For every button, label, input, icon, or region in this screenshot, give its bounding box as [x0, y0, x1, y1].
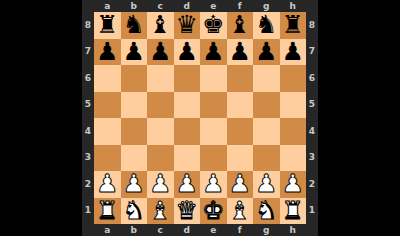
square-f3[interactable]: [227, 145, 254, 172]
square-h8[interactable]: ♜: [280, 12, 307, 39]
square-e7[interactable]: ♟: [200, 39, 227, 66]
file-label-bottom-g: g: [253, 224, 280, 236]
file-label-bottom-e: e: [200, 224, 227, 236]
file-label-bottom-h: h: [280, 224, 307, 236]
piece-white-king[interactable]: ♚: [202, 198, 224, 225]
piece-black-pawn[interactable]: ♟: [176, 39, 198, 66]
square-h7[interactable]: ♟: [280, 39, 307, 66]
square-d2[interactable]: ♟: [174, 171, 201, 198]
piece-white-pawn[interactable]: ♟: [96, 171, 118, 198]
square-a4[interactable]: [94, 118, 121, 145]
rank-label-left-5: 5: [82, 92, 94, 119]
square-g2[interactable]: ♟: [253, 171, 280, 198]
piece-white-rook[interactable]: ♜: [96, 198, 118, 225]
square-e8[interactable]: ♚: [200, 12, 227, 39]
square-b6[interactable]: [121, 65, 148, 92]
square-e2[interactable]: ♟: [200, 171, 227, 198]
rank-label-right-3: 3: [306, 145, 318, 172]
piece-black-knight[interactable]: ♞: [123, 12, 145, 39]
square-c2[interactable]: ♟: [147, 171, 174, 198]
piece-white-knight[interactable]: ♞: [123, 198, 145, 225]
piece-white-pawn[interactable]: ♟: [176, 171, 198, 198]
rank-label-left-1: 1: [82, 198, 94, 225]
square-g5[interactable]: [253, 92, 280, 119]
piece-white-pawn[interactable]: ♟: [229, 171, 251, 198]
square-h3[interactable]: [280, 145, 307, 172]
square-g4[interactable]: [253, 118, 280, 145]
square-g8[interactable]: ♞: [253, 12, 280, 39]
square-f2[interactable]: ♟: [227, 171, 254, 198]
square-d5[interactable]: [174, 92, 201, 119]
square-c6[interactable]: [147, 65, 174, 92]
square-a2[interactable]: ♟: [94, 171, 121, 198]
piece-black-pawn[interactable]: ♟: [96, 39, 118, 66]
square-c1[interactable]: ♝: [147, 198, 174, 225]
piece-white-pawn[interactable]: ♟: [202, 171, 224, 198]
square-e1[interactable]: ♚: [200, 198, 227, 225]
square-f7[interactable]: ♟: [227, 39, 254, 66]
file-label-top-d: d: [174, 0, 201, 12]
square-b3[interactable]: [121, 145, 148, 172]
square-g7[interactable]: ♟: [253, 39, 280, 66]
rank-label-right-2: 2: [306, 171, 318, 198]
square-e5[interactable]: [200, 92, 227, 119]
square-g1[interactable]: ♞: [253, 198, 280, 225]
square-d8[interactable]: ♛: [174, 12, 201, 39]
square-d3[interactable]: [174, 145, 201, 172]
piece-black-pawn[interactable]: ♟: [202, 39, 224, 66]
file-label-top-a: a: [94, 0, 121, 12]
piece-black-queen[interactable]: ♛: [176, 12, 198, 39]
rank-label-left-2: 2: [82, 171, 94, 198]
piece-black-rook[interactable]: ♜: [96, 12, 118, 39]
piece-black-bishop[interactable]: ♝: [229, 12, 251, 39]
square-a3[interactable]: [94, 145, 121, 172]
square-b5[interactable]: [121, 92, 148, 119]
rank-label-left-8: 8: [82, 12, 94, 39]
square-e4[interactable]: [200, 118, 227, 145]
rank-label-right-8: 8: [306, 12, 318, 39]
square-f8[interactable]: ♝: [227, 12, 254, 39]
rank-label-left-7: 7: [82, 39, 94, 66]
file-label-top-c: c: [147, 0, 174, 12]
square-e3[interactable]: [200, 145, 227, 172]
file-label-bottom-c: c: [147, 224, 174, 236]
board-corner-top-left: [82, 0, 94, 12]
square-g3[interactable]: [253, 145, 280, 172]
piece-white-bishop[interactable]: ♝: [149, 198, 171, 225]
piece-black-pawn[interactable]: ♟: [123, 39, 145, 66]
square-d4[interactable]: [174, 118, 201, 145]
square-c4[interactable]: [147, 118, 174, 145]
piece-white-rook[interactable]: ♜: [282, 198, 304, 225]
file-label-bottom-a: a: [94, 224, 121, 236]
file-label-bottom-b: b: [121, 224, 148, 236]
board-corner-bottom-left: [82, 224, 94, 236]
square-b1[interactable]: ♞: [121, 198, 148, 225]
file-label-top-b: b: [121, 0, 148, 12]
rank-label-right-5: 5: [306, 92, 318, 119]
file-label-top-f: f: [227, 0, 254, 12]
piece-white-bishop[interactable]: ♝: [229, 198, 251, 225]
rank-label-left-4: 4: [82, 118, 94, 145]
square-d1[interactable]: ♛: [174, 198, 201, 225]
square-e6[interactable]: [200, 65, 227, 92]
file-label-top-e: e: [200, 0, 227, 12]
board-corner-bottom-right: [306, 224, 318, 236]
piece-black-king[interactable]: ♚: [202, 12, 224, 39]
piece-white-queen[interactable]: ♛: [176, 198, 198, 225]
file-label-top-h: h: [280, 0, 307, 12]
piece-white-pawn[interactable]: ♟: [282, 171, 304, 198]
piece-black-pawn[interactable]: ♟: [149, 39, 171, 66]
piece-white-pawn[interactable]: ♟: [255, 171, 277, 198]
piece-white-knight[interactable]: ♞: [255, 198, 277, 225]
square-c5[interactable]: [147, 92, 174, 119]
board-corner-top-right: [306, 0, 318, 12]
file-label-bottom-f: f: [227, 224, 254, 236]
rank-label-left-6: 6: [82, 65, 94, 92]
rank-label-right-1: 1: [306, 198, 318, 225]
square-h5[interactable]: [280, 92, 307, 119]
square-a8[interactable]: ♜: [94, 12, 121, 39]
square-g6[interactable]: [253, 65, 280, 92]
piece-black-pawn[interactable]: ♟: [229, 39, 251, 66]
square-f5[interactable]: [227, 92, 254, 119]
square-h1[interactable]: ♜: [280, 198, 307, 225]
rank-label-right-7: 7: [306, 39, 318, 66]
rank-label-left-3: 3: [82, 145, 94, 172]
rank-label-right-6: 6: [306, 65, 318, 92]
piece-black-rook[interactable]: ♜: [282, 12, 304, 39]
piece-white-pawn[interactable]: ♟: [123, 171, 145, 198]
square-a6[interactable]: [94, 65, 121, 92]
file-label-top-g: g: [253, 0, 280, 12]
piece-black-pawn[interactable]: ♟: [255, 39, 277, 66]
piece-white-pawn[interactable]: ♟: [149, 171, 171, 198]
file-label-bottom-d: d: [174, 224, 201, 236]
square-a7[interactable]: ♟: [94, 39, 121, 66]
rank-label-right-4: 4: [306, 118, 318, 145]
square-c3[interactable]: [147, 145, 174, 172]
piece-black-pawn[interactable]: ♟: [282, 39, 304, 66]
chess-diagram: abcdefgh8♜♞♝♛♚♝♞♜87♟♟♟♟♟♟♟♟7665544332♟♟♟…: [82, 0, 318, 236]
square-b2[interactable]: ♟: [121, 171, 148, 198]
square-h4[interactable]: [280, 118, 307, 145]
square-c8[interactable]: ♝: [147, 12, 174, 39]
square-f6[interactable]: [227, 65, 254, 92]
square-b7[interactable]: ♟: [121, 39, 148, 66]
square-f4[interactable]: [227, 118, 254, 145]
square-b8[interactable]: ♞: [121, 12, 148, 39]
square-c7[interactable]: ♟: [147, 39, 174, 66]
square-f1[interactable]: ♝: [227, 198, 254, 225]
square-h6[interactable]: [280, 65, 307, 92]
square-h2[interactable]: ♟: [280, 171, 307, 198]
piece-black-knight[interactable]: ♞: [255, 12, 277, 39]
square-b4[interactable]: [121, 118, 148, 145]
square-d6[interactable]: [174, 65, 201, 92]
square-d7[interactable]: ♟: [174, 39, 201, 66]
square-a1[interactable]: ♜: [94, 198, 121, 225]
piece-black-bishop[interactable]: ♝: [149, 12, 171, 39]
square-a5[interactable]: [94, 92, 121, 119]
